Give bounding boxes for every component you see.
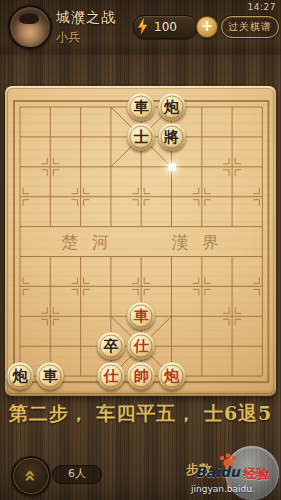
piece-red-帥[interactable]: 帥 <box>128 363 155 390</box>
piece-glyph: 帥 <box>134 369 149 384</box>
piece-red-仕[interactable]: 仕 <box>128 333 155 360</box>
watermark-domain: jingyan.baidu. <box>191 484 255 494</box>
add-energy-button[interactable]: + <box>196 16 218 38</box>
piece-glyph: 仕 <box>134 339 149 354</box>
watermark: Baidu 经验 jingyan.baidu. <box>181 444 281 500</box>
piece-glyph: 炮 <box>164 369 179 384</box>
avatar[interactable] <box>8 5 52 49</box>
piece-glyph: 卒 <box>103 339 118 354</box>
piece-red-炮[interactable]: 炮 <box>158 363 185 390</box>
piece-glyph: 士 <box>134 129 149 144</box>
expand-button[interactable]: « <box>11 456 51 496</box>
watermark-suffix: 经验 <box>243 465 269 483</box>
app-screen: 14:27 城濮之战 小兵 100 + 过关棋谱 楚 河 漢 界 車炮士將卒炮車… <box>0 0 281 500</box>
lightning-icon <box>137 18 148 35</box>
records-button[interactable]: 过关棋谱 <box>221 16 279 38</box>
piece-red-仕[interactable]: 仕 <box>97 363 124 390</box>
piece-glyph: 炮 <box>13 369 28 384</box>
piece-red-車[interactable]: 車 <box>128 303 155 330</box>
piece-black-炮[interactable]: 炮 <box>158 94 185 121</box>
piece-black-車[interactable]: 車 <box>128 94 155 121</box>
level-title: 城濮之战 <box>56 9 116 27</box>
piece-black-士[interactable]: 士 <box>128 123 155 150</box>
pieces-layer: 車炮士將卒炮車車仕仕帥炮 <box>5 86 276 396</box>
watermark-brand: Baidu <box>195 464 240 480</box>
piece-black-車[interactable]: 車 <box>37 363 64 390</box>
piece-glyph: 車 <box>134 309 149 324</box>
piece-black-將[interactable]: 將 <box>158 123 185 150</box>
energy-value: 100 <box>154 20 177 34</box>
chevron-up-icon: « <box>21 466 41 486</box>
xiangqi-board[interactable]: 楚 河 漢 界 車炮士將卒炮車車仕仕帥炮 <box>5 86 276 396</box>
status-clock: 14:27 <box>248 2 276 12</box>
players-count: 6人 <box>52 465 102 484</box>
top-bar: 14:27 城濮之战 小兵 100 + 过关棋谱 <box>0 0 281 55</box>
energy-pill[interactable]: 100 <box>133 15 197 39</box>
move-caption: 第二步， 车四平五， 士6退5 <box>0 401 281 427</box>
last-move-marker <box>168 163 176 171</box>
piece-glyph: 仕 <box>103 369 118 384</box>
rank-label: 小兵 <box>56 29 80 46</box>
piece-glyph: 車 <box>43 369 58 384</box>
piece-black-炮[interactable]: 炮 <box>7 363 34 390</box>
piece-black-卒[interactable]: 卒 <box>97 333 124 360</box>
piece-glyph: 將 <box>164 129 179 144</box>
piece-glyph: 車 <box>134 100 149 115</box>
piece-glyph: 炮 <box>164 100 179 115</box>
